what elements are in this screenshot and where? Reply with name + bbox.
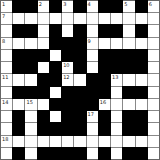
clue-number-14: 14 bbox=[2, 99, 8, 105]
cell-r5c3[interactable] bbox=[38, 62, 49, 73]
black-cell-r9c5 bbox=[62, 111, 73, 122]
cell-r8c9[interactable] bbox=[111, 99, 122, 110]
cell-r7c4[interactable] bbox=[50, 87, 61, 98]
black-cell-r10c3 bbox=[38, 123, 49, 134]
cell-r11c10[interactable] bbox=[123, 136, 134, 147]
cell-r6c5[interactable]: 12 bbox=[62, 74, 73, 85]
black-cell-r6c3 bbox=[38, 74, 49, 85]
cell-r10c7[interactable] bbox=[87, 123, 98, 134]
cell-r11c9[interactable] bbox=[111, 136, 122, 147]
black-cell-r12c3 bbox=[38, 148, 49, 159]
cell-r8c0[interactable]: 14 bbox=[1, 99, 12, 110]
cell-r1c7[interactable] bbox=[87, 13, 98, 24]
black-cell-r5c6 bbox=[74, 62, 85, 73]
black-cell-r12c10 bbox=[123, 148, 134, 159]
clue-number-5: 5 bbox=[124, 1, 127, 7]
black-cell-r4c3 bbox=[38, 50, 49, 61]
black-cell-r8c4 bbox=[50, 99, 61, 110]
cell-r9c0[interactable] bbox=[1, 111, 12, 122]
cell-r3c3[interactable] bbox=[38, 38, 49, 49]
clue-number-9: 9 bbox=[88, 38, 91, 44]
black-cell-r7c11 bbox=[136, 87, 147, 98]
black-cell-r8c7 bbox=[87, 99, 98, 110]
cell-r5c5[interactable]: 10 bbox=[62, 62, 73, 73]
cell-r10c12[interactable] bbox=[148, 123, 159, 134]
black-cell-r6c8 bbox=[99, 74, 110, 85]
cell-r1c10[interactable] bbox=[123, 13, 134, 24]
cell-r1c0[interactable]: 7 bbox=[1, 13, 12, 24]
cell-r8c10[interactable] bbox=[123, 99, 134, 110]
cell-r10c0[interactable] bbox=[1, 123, 12, 134]
cell-r3c2[interactable] bbox=[25, 38, 36, 49]
cell-r3c10[interactable] bbox=[123, 38, 134, 49]
black-cell-r12c4 bbox=[50, 148, 61, 159]
cell-r6c12[interactable] bbox=[148, 74, 159, 85]
cell-r12c2[interactable] bbox=[25, 148, 36, 159]
black-cell-r8c6 bbox=[74, 99, 85, 110]
black-cell-r2c6 bbox=[74, 25, 85, 36]
black-cell-r12c6 bbox=[74, 148, 85, 159]
black-cell-r10c6 bbox=[74, 123, 85, 134]
cell-r8c3[interactable] bbox=[38, 99, 49, 110]
black-cell-r9c1 bbox=[13, 111, 24, 122]
cell-r8c12[interactable] bbox=[148, 99, 159, 110]
cell-r12c0[interactable] bbox=[1, 148, 12, 159]
cell-r5c12[interactable] bbox=[148, 62, 159, 73]
cell-r11c12[interactable] bbox=[148, 136, 159, 147]
black-cell-r5c10 bbox=[123, 62, 134, 73]
cell-r1c12[interactable] bbox=[148, 13, 159, 24]
black-cell-r3c6 bbox=[74, 38, 85, 49]
black-cell-r5c9 bbox=[111, 62, 122, 73]
black-cell-r10c10 bbox=[123, 123, 134, 134]
black-cell-r7c5 bbox=[62, 87, 73, 98]
cell-r9c2[interactable] bbox=[25, 111, 36, 122]
cell-r6c10[interactable] bbox=[123, 74, 134, 85]
cell-r2c0[interactable] bbox=[1, 25, 12, 36]
cell-r12c7[interactable] bbox=[87, 148, 98, 159]
cell-r1c6[interactable] bbox=[74, 13, 85, 24]
cell-r4c4[interactable] bbox=[50, 50, 61, 61]
cell-r7c0[interactable] bbox=[1, 87, 12, 98]
black-cell-r9c6 bbox=[74, 111, 85, 122]
black-cell-r9c11 bbox=[136, 111, 147, 122]
black-cell-r7c10 bbox=[123, 87, 134, 98]
black-cell-r0c1 bbox=[13, 1, 24, 12]
cell-r11c1[interactable] bbox=[13, 136, 24, 147]
black-cell-r0c4 bbox=[50, 1, 61, 12]
black-cell-r7c6 bbox=[74, 87, 85, 98]
cell-r10c2[interactable] bbox=[25, 123, 36, 134]
cell-r11c3[interactable] bbox=[38, 136, 49, 147]
cell-r0c5[interactable]: 3 bbox=[62, 1, 73, 12]
black-cell-r4c8 bbox=[99, 50, 110, 61]
cell-r7c9[interactable] bbox=[111, 87, 122, 98]
cell-r3c0[interactable]: 8 bbox=[1, 38, 12, 49]
cell-r2c12[interactable] bbox=[148, 25, 159, 36]
clue-number-16: 16 bbox=[100, 99, 106, 105]
clue-number-13: 13 bbox=[112, 74, 118, 80]
cell-r11c5[interactable] bbox=[62, 136, 73, 147]
cell-r11c0[interactable]: 18 bbox=[1, 136, 12, 147]
cell-r11c7[interactable] bbox=[87, 136, 98, 147]
cell-r3c7[interactable]: 9 bbox=[87, 38, 98, 49]
cell-r9c7[interactable]: 17 bbox=[87, 111, 98, 122]
cell-r1c11[interactable] bbox=[136, 13, 147, 24]
cell-r4c7[interactable] bbox=[87, 50, 98, 61]
black-cell-r6c7 bbox=[87, 74, 98, 85]
black-cell-r7c2 bbox=[25, 87, 36, 98]
cell-r10c9[interactable] bbox=[111, 123, 122, 134]
black-cell-r2c4 bbox=[50, 25, 61, 36]
black-cell-r3c5 bbox=[62, 38, 73, 49]
black-cell-r12c11 bbox=[136, 148, 147, 159]
black-cell-r4c11 bbox=[136, 50, 147, 61]
black-cell-r0c2 bbox=[25, 1, 36, 12]
cell-r8c2[interactable]: 15 bbox=[25, 99, 36, 110]
black-cell-r2c9 bbox=[111, 25, 122, 36]
cell-r4c12[interactable] bbox=[148, 50, 159, 61]
cell-r3c8[interactable] bbox=[99, 38, 110, 49]
clue-number-2: 2 bbox=[39, 1, 42, 7]
cell-r6c11[interactable] bbox=[136, 74, 147, 85]
black-cell-r7c1 bbox=[13, 87, 24, 98]
black-cell-r4c5 bbox=[62, 50, 73, 61]
cell-r6c0[interactable]: 11 bbox=[1, 74, 12, 85]
black-cell-r12c5 bbox=[62, 148, 73, 159]
black-cell-r9c8 bbox=[99, 111, 110, 122]
black-cell-r4c9 bbox=[111, 50, 122, 61]
clue-number-15: 15 bbox=[26, 99, 32, 105]
black-cell-r5c8 bbox=[99, 62, 110, 73]
clue-number-12: 12 bbox=[63, 74, 69, 80]
cell-r6c6[interactable] bbox=[74, 74, 85, 85]
crossword-board: 123456789101112131415161718 bbox=[0, 0, 160, 160]
cell-r2c3[interactable] bbox=[38, 25, 49, 36]
cell-r11c2[interactable] bbox=[25, 136, 36, 147]
cell-r6c9[interactable]: 13 bbox=[111, 74, 122, 85]
black-cell-r0c11 bbox=[136, 1, 147, 12]
clue-number-8: 8 bbox=[2, 38, 5, 44]
black-cell-r10c11 bbox=[136, 123, 147, 134]
black-cell-r6c4 bbox=[50, 74, 61, 85]
black-cell-r10c8 bbox=[99, 123, 110, 134]
cell-r3c12[interactable] bbox=[148, 38, 159, 49]
cell-r1c5[interactable] bbox=[62, 13, 73, 24]
cell-r2c7[interactable] bbox=[87, 25, 98, 36]
cell-r6c2[interactable] bbox=[25, 74, 36, 85]
cell-r11c8[interactable] bbox=[99, 136, 110, 147]
cell-r0c3[interactable]: 2 bbox=[38, 1, 49, 12]
black-cell-r10c5 bbox=[62, 123, 73, 134]
cell-r7c12[interactable] bbox=[148, 87, 159, 98]
black-cell-r0c6 bbox=[74, 1, 85, 12]
clue-number-11: 11 bbox=[2, 74, 8, 80]
cell-r1c3[interactable] bbox=[38, 13, 49, 24]
black-cell-r12c1 bbox=[13, 148, 24, 159]
cell-r1c9[interactable] bbox=[111, 13, 122, 24]
cell-r6c1[interactable] bbox=[13, 74, 24, 85]
cell-r12c9[interactable] bbox=[111, 148, 122, 159]
cell-r0c0[interactable]: 1 bbox=[1, 1, 12, 12]
cell-r3c11[interactable] bbox=[136, 38, 147, 49]
black-cell-r7c8 bbox=[99, 87, 110, 98]
cell-r3c1[interactable] bbox=[13, 38, 24, 49]
cell-r0c12[interactable]: 6 bbox=[148, 1, 159, 12]
black-cell-r9c10 bbox=[123, 111, 134, 122]
black-cell-r2c1 bbox=[13, 25, 24, 36]
black-cell-r0c9 bbox=[111, 1, 122, 12]
cell-r1c1[interactable] bbox=[13, 13, 24, 24]
black-cell-r4c1 bbox=[13, 50, 24, 61]
black-cell-r8c5 bbox=[62, 99, 73, 110]
black-cell-r5c1 bbox=[13, 62, 24, 73]
clue-number-7: 7 bbox=[2, 13, 5, 19]
cell-r4c0[interactable] bbox=[1, 50, 12, 61]
black-cell-r0c8 bbox=[99, 1, 110, 12]
cell-r12c12[interactable] bbox=[148, 148, 159, 159]
black-cell-r3c4 bbox=[50, 38, 61, 49]
cell-r3c9[interactable] bbox=[111, 38, 122, 49]
black-cell-r4c2 bbox=[25, 50, 36, 61]
cell-r8c1[interactable] bbox=[13, 99, 24, 110]
cell-r1c2[interactable] bbox=[25, 13, 36, 24]
cell-r9c4[interactable] bbox=[50, 111, 61, 122]
black-cell-r2c8 bbox=[99, 25, 110, 36]
cell-r11c6[interactable] bbox=[74, 136, 85, 147]
cell-r1c4[interactable] bbox=[50, 13, 61, 24]
cell-r0c10[interactable]: 5 bbox=[123, 1, 134, 12]
cell-r8c8[interactable]: 16 bbox=[99, 99, 110, 110]
cell-r9c9[interactable] bbox=[111, 111, 122, 122]
black-cell-r2c2 bbox=[25, 25, 36, 36]
black-cell-r7c3 bbox=[38, 87, 49, 98]
black-cell-r2c11 bbox=[136, 25, 147, 36]
black-cell-r4c10 bbox=[123, 50, 134, 61]
cell-r5c0[interactable] bbox=[1, 62, 12, 73]
clue-number-4: 4 bbox=[88, 1, 91, 7]
black-cell-r4c6 bbox=[74, 50, 85, 61]
black-cell-r9c3 bbox=[38, 111, 49, 122]
clue-number-18: 18 bbox=[2, 136, 8, 142]
cell-r2c5[interactable] bbox=[62, 25, 73, 36]
clue-number-6: 6 bbox=[149, 1, 152, 7]
black-cell-r7c7 bbox=[87, 87, 98, 98]
cell-r11c4[interactable] bbox=[50, 136, 61, 147]
cell-r2c10[interactable] bbox=[123, 25, 134, 36]
clue-number-10: 10 bbox=[63, 62, 69, 68]
cell-r9c12[interactable] bbox=[148, 111, 159, 122]
black-cell-r12c8 bbox=[99, 148, 110, 159]
black-cell-r5c2 bbox=[25, 62, 36, 73]
clue-number-17: 17 bbox=[88, 111, 94, 117]
cell-r1c8[interactable] bbox=[99, 13, 110, 24]
black-cell-r5c4 bbox=[50, 62, 61, 73]
cell-r0c7[interactable]: 4 bbox=[87, 1, 98, 12]
cell-r5c7[interactable] bbox=[87, 62, 98, 73]
black-cell-r10c1 bbox=[13, 123, 24, 134]
black-cell-r5c11 bbox=[136, 62, 147, 73]
black-cell-r10c4 bbox=[50, 123, 61, 134]
clue-number-3: 3 bbox=[63, 1, 66, 7]
clue-number-1: 1 bbox=[2, 1, 5, 7]
cell-r8c11[interactable] bbox=[136, 99, 147, 110]
cell-r11c11[interactable] bbox=[136, 136, 147, 147]
